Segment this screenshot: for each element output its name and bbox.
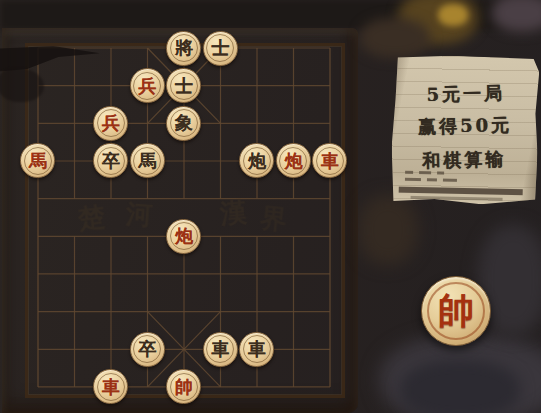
background-decoration (358, 195, 418, 265)
piece-glyph: 士 (211, 39, 229, 57)
piece-red[interactable]: 炮 (166, 219, 201, 254)
piece-glyph: 士 (175, 76, 193, 94)
player-side-piece-glyph: 帥 (438, 287, 474, 336)
piece-glyph: 車 (248, 340, 266, 358)
piece-black[interactable]: 車 (203, 332, 238, 367)
sign-line: 5元一局 (393, 80, 540, 107)
game-scene: 楚 河 漢 界 將士兵士兵象馬卒馬炮炮車炮卒車車車帥 5元一局 赢得50元 和棋… (0, 0, 541, 413)
background-decoration (360, 18, 430, 58)
piece-glyph: 車 (321, 151, 339, 169)
piece-black[interactable]: 象 (166, 106, 201, 141)
sign-fine-print (437, 171, 444, 174)
piece-glyph: 象 (175, 114, 193, 132)
piece-red[interactable]: 車 (312, 143, 347, 178)
stall-sign: 5元一局 赢得50元 和棋算输 (390, 54, 539, 205)
debris-overlay (0, 68, 44, 102)
piece-red[interactable]: 炮 (276, 143, 311, 178)
piece-black[interactable]: 將 (166, 31, 201, 66)
sign-line: 和棋算输 (391, 146, 538, 173)
foliage-decoration (438, 4, 468, 26)
piece-black[interactable]: 士 (166, 68, 201, 103)
sign-fine-print (411, 196, 503, 201)
pieces-layer: 將士兵士兵象馬卒馬炮炮車炮卒車車車帥 (20, 29, 349, 406)
sign-fine-print (405, 178, 421, 181)
piece-glyph: 炮 (175, 227, 193, 245)
sign-line: 赢得50元 (392, 112, 539, 139)
piece-glyph: 兵 (138, 76, 156, 94)
sign-fine-print (399, 187, 523, 196)
piece-glyph: 炮 (248, 151, 266, 169)
piece-black[interactable]: 士 (203, 31, 238, 66)
piece-red[interactable]: 兵 (93, 106, 128, 141)
piece-glyph: 帥 (175, 377, 193, 395)
piece-glyph: 炮 (284, 151, 302, 169)
sign-fine-print (419, 171, 431, 174)
background-decoration (400, 360, 520, 413)
xiangqi-board[interactable]: 楚 河 漢 界 將士兵士兵象馬卒馬炮炮車炮卒車車車帥 (2, 28, 358, 413)
piece-glyph: 車 (102, 377, 120, 395)
piece-glyph: 卒 (138, 340, 156, 358)
piece-glyph: 馬 (29, 151, 47, 169)
piece-red[interactable]: 兵 (130, 68, 165, 103)
piece-red[interactable]: 帥 (166, 369, 201, 404)
piece-glyph: 將 (175, 39, 193, 57)
piece-glyph: 卒 (102, 151, 120, 169)
piece-glyph: 兵 (102, 114, 120, 132)
piece-glyph: 馬 (138, 151, 156, 169)
piece-red[interactable]: 馬 (20, 143, 55, 178)
sign-fine-print (427, 178, 437, 181)
piece-black[interactable]: 卒 (130, 332, 165, 367)
piece-black[interactable]: 炮 (239, 143, 274, 178)
sign-fine-print (405, 171, 413, 174)
piece-glyph: 車 (211, 340, 229, 358)
background-decoration (492, 0, 541, 32)
piece-black[interactable]: 車 (239, 332, 274, 367)
piece-red[interactable]: 車 (93, 369, 128, 404)
player-side-piece[interactable]: 帥 (421, 276, 491, 346)
piece-black[interactable]: 卒 (93, 143, 128, 178)
piece-black[interactable]: 馬 (130, 143, 165, 178)
sign-fine-print (443, 179, 457, 182)
